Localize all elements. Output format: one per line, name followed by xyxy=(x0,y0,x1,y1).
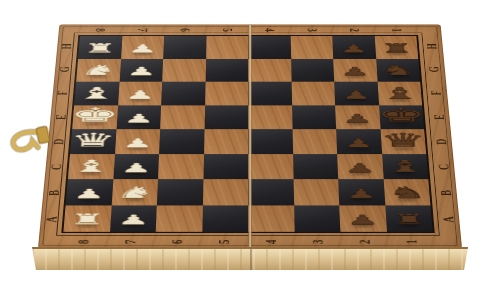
file-label-right-H-text: H xyxy=(426,44,440,50)
piece-black-pawn[interactable]: ♟ xyxy=(347,213,380,226)
file-label-left-C-text: C xyxy=(49,164,64,170)
square-c8[interactable]: ♝ xyxy=(68,154,115,179)
file-label-right-F-text: F xyxy=(430,91,444,96)
chessboard-3d-scene: ♜♟♟♜♞♟♟♞♝♟♟♝♚♟♟♚♛♟♟♛♝♟♟♝♟♞♟♞♜♟♟♜ HH88GG7… xyxy=(38,0,462,248)
piece-black-queen[interactable]: ♛ xyxy=(379,131,426,150)
rank-label-top-2: 2 xyxy=(333,25,376,35)
rank-label-top-4-text: 4 xyxy=(263,28,277,32)
piece-black-pawn[interactable]: ♟ xyxy=(340,66,370,78)
file-label-right-A: A xyxy=(436,206,460,233)
square-b4[interactable] xyxy=(248,179,294,205)
square-g7[interactable]: ♟ xyxy=(119,59,163,82)
piece-black-rook[interactable]: ♜ xyxy=(379,42,413,55)
file-label-left-H-text: H xyxy=(60,44,74,50)
piece-white-pawn[interactable]: ♟ xyxy=(122,137,153,149)
piece-white-bishop[interactable]: ♝ xyxy=(76,85,117,101)
square-h3[interactable] xyxy=(290,36,333,59)
piece-white-king[interactable]: ♚ xyxy=(70,105,120,124)
file-label-right-D: D xyxy=(430,129,453,154)
file-label-left-G: G xyxy=(54,58,76,81)
file-label-right-D-text: D xyxy=(434,139,449,145)
square-c3[interactable] xyxy=(293,154,339,179)
rank-label-bottom-4: 4 xyxy=(248,235,295,248)
square-b5[interactable] xyxy=(202,179,248,205)
piece-black-bishop[interactable]: ♝ xyxy=(384,157,427,174)
file-label-right-A-text: A xyxy=(441,216,456,222)
file-label-right-E-text: E xyxy=(432,114,447,119)
piece-black-pawn[interactable]: ♟ xyxy=(341,89,372,101)
file-label-left-D-text: D xyxy=(51,139,66,145)
rank-label-bottom-8: 8 xyxy=(60,235,108,248)
square-c5[interactable] xyxy=(203,154,248,179)
piece-black-pawn[interactable]: ♟ xyxy=(343,137,374,149)
file-label-right-C-text: C xyxy=(436,164,451,170)
piece-white-knight[interactable]: ♞ xyxy=(115,184,154,200)
file-label-left-B: B xyxy=(42,180,66,206)
piece-white-rook[interactable]: ♜ xyxy=(69,212,105,227)
square-a7[interactable]: ♟ xyxy=(110,205,157,232)
square-f8[interactable]: ♝ xyxy=(74,82,119,106)
rank-label-bottom-3-text: 3 xyxy=(311,239,326,243)
piece-white-queen[interactable]: ♛ xyxy=(69,131,116,150)
square-d4[interactable] xyxy=(248,129,293,154)
rank-label-top-4: 4 xyxy=(248,25,290,35)
rank-label-top-8: 8 xyxy=(78,25,121,35)
piece-white-pawn[interactable]: ♟ xyxy=(123,113,154,125)
piece-white-pawn[interactable]: ♟ xyxy=(127,43,157,54)
file-label-left-F-text: F xyxy=(56,91,70,96)
piece-black-king[interactable]: ♚ xyxy=(376,105,426,124)
square-b7[interactable]: ♞ xyxy=(111,179,158,205)
file-label-left-H: H xyxy=(56,35,78,58)
rank-label-top-7-text: 7 xyxy=(135,28,149,32)
rank-label-top-6: 6 xyxy=(163,25,206,35)
product-photo-stage: ♜♟♟♜♞♟♟♞♝♟♟♝♚♟♟♚♛♟♟♛♝♟♟♝♟♞♟♞♜♟♟♜ HH88GG7… xyxy=(0,0,500,293)
square-e7[interactable]: ♟ xyxy=(116,105,161,129)
piece-white-bishop[interactable]: ♝ xyxy=(70,157,113,174)
rank-label-bottom-5-text: 5 xyxy=(217,239,232,243)
file-label-right-E: E xyxy=(428,105,451,129)
file-label-right-B: B xyxy=(434,180,458,206)
square-h7[interactable]: ♟ xyxy=(121,36,164,59)
file-label-right-B-text: B xyxy=(438,190,453,196)
rank-label-bottom-3: 3 xyxy=(295,235,342,248)
square-g2[interactable]: ♟ xyxy=(333,59,377,82)
square-f4[interactable] xyxy=(248,82,291,106)
piece-white-pawn[interactable]: ♟ xyxy=(117,213,150,226)
piece-white-pawn[interactable]: ♟ xyxy=(120,162,152,175)
square-c4[interactable] xyxy=(248,154,293,179)
square-h4[interactable] xyxy=(248,36,291,59)
piece-black-pawn[interactable]: ♟ xyxy=(342,113,373,125)
square-e6[interactable] xyxy=(160,105,205,129)
rank-label-top-3: 3 xyxy=(290,25,333,35)
piece-black-knight[interactable]: ♞ xyxy=(379,63,416,77)
square-f6[interactable] xyxy=(161,82,205,106)
square-h8[interactable]: ♜ xyxy=(78,36,122,59)
file-label-left-E-text: E xyxy=(54,114,69,119)
square-c2[interactable]: ♟ xyxy=(337,154,383,179)
square-g1[interactable]: ♞ xyxy=(376,59,420,82)
file-label-left-B-text: B xyxy=(46,190,61,196)
square-a4[interactable] xyxy=(248,205,294,232)
rank-label-bottom-7: 7 xyxy=(107,235,155,248)
square-c7[interactable]: ♟ xyxy=(113,154,159,179)
piece-black-bishop[interactable]: ♝ xyxy=(379,85,420,101)
front-fold-seam xyxy=(250,249,252,270)
square-f2[interactable]: ♟ xyxy=(334,82,378,106)
square-f7[interactable]: ♟ xyxy=(118,82,163,106)
square-a5[interactable] xyxy=(202,205,248,232)
square-h5[interactable] xyxy=(206,36,249,59)
file-label-right-H: H xyxy=(422,35,444,58)
square-h2[interactable]: ♟ xyxy=(332,36,375,59)
square-g4[interactable] xyxy=(248,59,291,82)
piece-black-pawn[interactable]: ♟ xyxy=(345,187,377,200)
square-b8[interactable]: ♟ xyxy=(66,179,113,205)
square-a3[interactable] xyxy=(294,205,341,232)
file-label-left-G-text: G xyxy=(58,67,72,73)
square-g5[interactable] xyxy=(205,59,248,82)
square-e8[interactable]: ♚ xyxy=(72,105,118,129)
rank-label-top-2-text: 2 xyxy=(347,28,361,32)
file-label-left-A-text: A xyxy=(44,216,59,222)
chessboard: ♜♟♟♜♞♟♟♞♝♟♟♝♚♟♟♚♛♟♟♛♝♟♟♝♟♞♟♞♜♟♟♜ HH88GG7… xyxy=(38,25,462,248)
square-a1[interactable]: ♜ xyxy=(385,205,433,232)
square-h6[interactable] xyxy=(163,36,206,59)
rank-label-top-3-text: 3 xyxy=(305,28,319,32)
piece-white-pawn[interactable]: ♟ xyxy=(73,187,105,200)
file-label-right-C: C xyxy=(432,154,456,180)
square-c6[interactable] xyxy=(158,154,204,179)
square-a6[interactable] xyxy=(156,205,203,232)
square-b6[interactable] xyxy=(157,179,203,205)
piece-black-pawn[interactable]: ♟ xyxy=(339,43,369,54)
rank-label-bottom-8-text: 8 xyxy=(76,239,91,243)
rank-label-top-8-text: 8 xyxy=(93,28,107,32)
square-g3[interactable] xyxy=(291,59,334,82)
square-d8[interactable]: ♛ xyxy=(70,129,116,154)
rank-label-bottom-1-text: 1 xyxy=(404,239,419,243)
file-label-right-G: G xyxy=(424,58,446,81)
square-e1[interactable]: ♚ xyxy=(379,105,425,129)
rank-label-bottom-2: 2 xyxy=(341,235,389,248)
piece-black-rook[interactable]: ♜ xyxy=(390,212,426,227)
rank-label-bottom-6: 6 xyxy=(154,235,201,248)
rank-label-top-5-text: 5 xyxy=(220,28,234,32)
piece-white-pawn[interactable]: ♟ xyxy=(126,66,156,78)
square-f5[interactable] xyxy=(205,82,249,106)
rank-label-top-1-text: 1 xyxy=(390,28,404,32)
square-e3[interactable] xyxy=(292,105,336,129)
rank-label-bottom-6-text: 6 xyxy=(170,239,185,243)
piece-white-knight[interactable]: ♞ xyxy=(80,63,117,77)
file-label-left-F: F xyxy=(52,81,75,105)
file-label-right-G-text: G xyxy=(428,67,442,73)
rank-label-top-1: 1 xyxy=(375,25,418,35)
rank-label-top-5: 5 xyxy=(206,25,248,35)
rank-label-bottom-7-text: 7 xyxy=(123,239,138,243)
square-e5[interactable] xyxy=(204,105,248,129)
square-f1[interactable]: ♝ xyxy=(377,82,422,106)
square-f3[interactable] xyxy=(291,82,335,106)
square-d1[interactable]: ♛ xyxy=(380,129,426,154)
square-d3[interactable] xyxy=(292,129,337,154)
rank-label-bottom-4-text: 4 xyxy=(264,239,279,243)
rank-label-bottom-1: 1 xyxy=(388,235,436,248)
rank-label-bottom-5: 5 xyxy=(201,235,248,248)
square-b2[interactable]: ♟ xyxy=(338,179,385,205)
square-e2[interactable]: ♟ xyxy=(335,105,380,129)
square-b3[interactable] xyxy=(293,179,339,205)
square-g6[interactable] xyxy=(162,59,206,82)
square-h1[interactable]: ♜ xyxy=(374,36,418,59)
square-d2[interactable]: ♟ xyxy=(336,129,382,154)
piece-black-knight[interactable]: ♞ xyxy=(387,184,427,200)
square-c1[interactable]: ♝ xyxy=(382,154,429,179)
piece-black-pawn[interactable]: ♟ xyxy=(344,162,376,175)
square-a8[interactable]: ♜ xyxy=(63,205,111,232)
rank-label-bottom-2-text: 2 xyxy=(358,239,373,243)
square-d5[interactable] xyxy=(204,129,249,154)
square-b1[interactable]: ♞ xyxy=(383,179,430,205)
rank-label-top-7: 7 xyxy=(121,25,164,35)
board-grid: ♜♟♟♜♞♟♟♞♝♟♟♝♚♟♟♚♛♟♟♛♝♟♟♝♟♞♟♞♜♟♟♜ xyxy=(61,35,434,233)
square-a2[interactable]: ♟ xyxy=(339,205,386,232)
piece-white-pawn[interactable]: ♟ xyxy=(125,89,156,101)
square-d7[interactable]: ♟ xyxy=(115,129,161,154)
file-label-left-A: A xyxy=(39,206,63,233)
file-label-right-F: F xyxy=(426,81,449,105)
rank-label-top-6-text: 6 xyxy=(178,28,192,32)
square-e4[interactable] xyxy=(248,105,292,129)
square-d6[interactable] xyxy=(159,129,204,154)
square-g8[interactable]: ♞ xyxy=(76,59,120,82)
front-pine-edge xyxy=(32,247,468,270)
piece-white-rook[interactable]: ♜ xyxy=(83,42,117,55)
